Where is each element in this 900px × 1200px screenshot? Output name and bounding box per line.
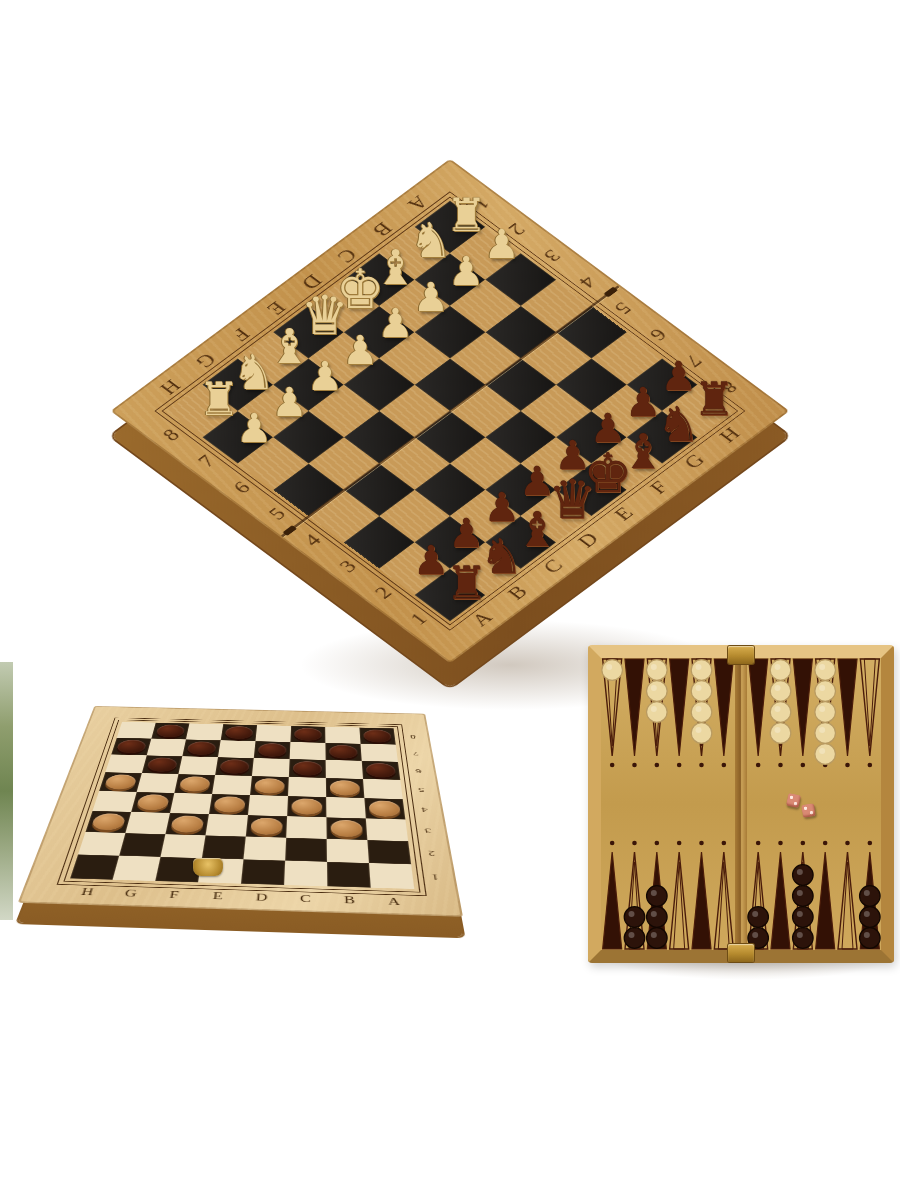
checker-tan[interactable] [179,776,211,792]
backgammon-point [793,659,812,756]
checker-highlight [797,890,803,896]
backgammon-checker-cream[interactable] [770,660,791,681]
checkers-square[interactable] [70,854,119,879]
point-tip-dot [677,841,682,846]
checkers-square[interactable] [325,743,361,761]
checkers-square[interactable] [326,797,366,818]
checker-tan[interactable] [254,778,285,794]
checkers-square[interactable] [287,796,326,817]
checkers-square[interactable] [290,726,325,743]
checkers-square[interactable] [326,817,367,840]
checker-highlight [864,932,870,938]
rank-label: 3 [410,820,447,843]
point-tip-dot [655,841,660,846]
checker-highlight [752,932,758,938]
checkers-square[interactable] [254,741,291,759]
backgammon-checker-cream[interactable] [691,723,712,744]
rank-label: 8 [397,728,429,745]
backgammon-checker-dark[interactable] [793,865,814,886]
checker-dark[interactable] [155,724,185,737]
checker-highlight [797,911,803,917]
checker-tan[interactable] [330,780,360,796]
checker-tan[interactable] [291,798,322,815]
checkers-square[interactable] [364,798,405,819]
checkers-square[interactable] [218,740,256,758]
checkers-square[interactable] [178,756,218,775]
checker-dark[interactable] [329,745,358,759]
checkers-square[interactable] [212,775,252,795]
point-tip-dot [610,841,615,846]
rank-label: 2 [412,841,451,865]
checker-highlight [696,685,702,691]
checkers-square[interactable] [119,833,165,857]
file-label: H [62,881,112,904]
checkers-square[interactable] [252,758,290,777]
point-tip-dot [632,763,637,768]
point-tip-dot [845,763,850,768]
backgammon-checker-dark[interactable] [793,886,814,907]
backgammon-checker-cream[interactable] [602,660,623,681]
backgammon-checker-cream[interactable] [647,702,668,723]
checkers-square[interactable] [246,815,287,838]
backgammon-left-half [601,658,735,950]
backgammon-point [816,852,835,949]
checker-highlight [696,664,702,670]
checkers-square[interactable] [125,812,170,834]
file-label: D [238,886,283,909]
backgammon-point [670,659,689,756]
checker-tan[interactable] [369,800,401,817]
point-tip-dot [677,763,682,768]
backgammon-checker-cream[interactable] [647,660,668,681]
backgammon-checker-dark[interactable] [647,928,668,949]
checker-dark[interactable] [146,757,178,772]
backgammon-checker-dark[interactable] [860,907,881,928]
point-tip-dot [845,841,850,846]
checker-tan[interactable] [250,817,283,835]
chess-board-face: HGFEDCBA ABCDEFGH 87654321 12345678 ♜♞♝♛… [111,159,790,663]
checker-highlight [629,911,635,917]
checkers-square[interactable] [221,724,257,741]
checkers-square[interactable] [285,838,327,862]
point-tip-dot [778,841,783,846]
backgammon-checker-cream[interactable] [770,723,791,744]
checkers-square[interactable] [241,859,285,885]
checkers-square[interactable] [326,760,363,779]
checkers-square[interactable] [326,778,364,798]
point-tip-dot [868,763,873,768]
checker-dark[interactable] [293,761,322,776]
checker-highlight [819,727,825,733]
point-tip-dot [655,763,660,768]
brass-clasp-icon[interactable] [193,858,223,876]
checker-dark[interactable] [225,726,254,739]
checker-highlight [651,911,657,917]
file-label: C [283,888,328,911]
point-tip-dot [756,763,761,768]
checker-highlight [651,664,657,670]
die[interactable] [786,793,801,808]
backgammon-point [625,659,644,756]
checker-highlight [864,911,870,917]
checker-highlight [775,664,781,670]
checkers-square[interactable] [215,757,254,776]
checkers-square[interactable] [99,772,142,792]
die[interactable] [801,803,816,818]
checker-highlight [651,890,657,896]
chess-piece-wP[interactable]: ♟ [229,407,279,449]
checkers-square[interactable] [186,723,223,740]
rank-label: 5 [404,780,439,800]
backgammon-checker-cream[interactable] [691,660,712,681]
checkers-square[interactable] [363,779,403,799]
point-tip-dot [699,841,704,846]
point-tip-dot [699,763,704,768]
checker-dark[interactable] [219,759,249,774]
checker-tan[interactable] [213,796,245,813]
backgammon-checker-cream[interactable] [691,681,712,702]
point-tip-dot [722,841,727,846]
checkers-square[interactable] [290,742,326,760]
checkers-square[interactable] [202,835,246,859]
rank-label: 6 [402,762,436,781]
checkers-square[interactable] [362,761,401,780]
backgammon-checker-dark[interactable] [647,907,668,928]
checkers-board-face: HGFEDCBA 87654321 [18,706,463,917]
checker-highlight [775,685,781,691]
checker-highlight [797,869,803,875]
checkers-square[interactable] [359,728,395,745]
backgammon-point-inner [718,862,729,949]
checker-tan[interactable] [331,820,363,838]
checkers-square[interactable] [327,839,369,863]
checkers-square[interactable] [93,791,137,812]
checker-highlight [819,685,825,691]
checkers-square[interactable] [147,739,186,757]
backgammon-point [603,852,622,949]
brass-hinge-icon [728,944,754,962]
backgammon-checker-cream[interactable] [815,744,836,765]
checkers-square[interactable] [174,774,215,794]
point-tip-dot [801,841,806,846]
file-label: F [150,884,198,907]
point-tip-dot [778,763,783,768]
backgammon-point [714,659,733,756]
checkers-square[interactable] [289,759,326,778]
point-tip-dot [756,841,761,846]
backgammon-checker-dark[interactable] [793,907,814,928]
backgammon-point-inner [674,862,685,949]
checkers-square[interactable] [209,794,250,815]
checker-highlight [819,664,825,670]
checker-highlight [864,890,870,896]
checkers-square[interactable] [243,837,286,861]
checkers-board: HGFEDCBA 87654321 [18,706,463,917]
checkers-grid [70,722,414,889]
checkers-square[interactable] [151,723,189,740]
checker-dark[interactable] [258,743,287,757]
backgammon-point-inner [864,659,875,746]
checkers-square[interactable] [255,725,291,742]
checker-dark[interactable] [116,740,148,754]
backgammon-checker-cream[interactable] [815,660,836,681]
backgammon-point [838,659,857,756]
backgammon-checker-cream[interactable] [770,702,791,723]
checker-highlight [775,727,781,733]
rank-label: 1 [416,864,456,890]
checker-highlight [651,932,657,938]
backgammon-checker-dark[interactable] [624,928,645,949]
file-label: B [327,889,372,913]
checker-highlight [797,932,803,938]
brass-hinge-icon [728,646,754,664]
backgammon-point-inner [842,862,853,949]
checker-highlight [606,664,612,670]
point-tip-dot [722,763,727,768]
chess-square[interactable] [344,411,415,464]
checker-highlight [651,706,657,712]
checker-dark[interactable] [186,741,216,755]
checkers-square[interactable] [170,793,212,814]
point-tip-dot [801,763,806,768]
checkers-square[interactable] [327,862,371,888]
checkers-square[interactable] [105,754,146,773]
checkers-square[interactable] [78,832,125,856]
checkers-square[interactable] [206,814,248,836]
chess-piece-bR[interactable]: ♜ [441,559,491,607]
backgammon-checker-cream[interactable] [647,681,668,702]
file-label: E [194,885,241,908]
backgammon-checker-dark[interactable] [647,886,668,907]
checkers-square[interactable] [284,861,327,887]
backgammon-checker-dark[interactable] [860,928,881,949]
checker-tan[interactable] [170,815,204,833]
checkers-square[interactable] [117,722,156,739]
backgammon-point [692,852,711,949]
checker-highlight [696,727,702,733]
backgammon-checker-dark[interactable] [624,907,645,928]
checkers-square[interactable] [113,856,161,881]
checkers-square[interactable] [111,738,151,756]
checkers-square[interactable] [142,755,182,774]
backgammon-checker-cream[interactable] [815,723,836,744]
checker-highlight [819,706,825,712]
checkers-square[interactable] [165,813,209,835]
checkers-square[interactable] [182,739,220,757]
checkers-square[interactable] [366,818,408,841]
checker-highlight [752,911,758,917]
point-tip-dot [823,841,828,846]
checkers-square[interactable] [288,777,326,797]
checkers-square[interactable] [248,795,288,816]
checker-tan[interactable] [136,794,170,811]
point-tip-dot [610,763,615,768]
checkers-square[interactable] [361,744,398,762]
adjacent-image-sliver [0,662,13,920]
backgammon-checker-dark[interactable] [793,928,814,949]
checkers-square[interactable] [86,811,132,833]
checkers-square[interactable] [325,727,360,744]
backgammon-center-seam [735,658,747,950]
checker-highlight [819,748,825,754]
backgammon-checker-cream[interactable] [770,681,791,702]
checker-dark[interactable] [366,763,396,778]
backgammon-checker-dark[interactable] [748,907,769,928]
checker-highlight [629,932,635,938]
checker-highlight [775,706,781,712]
chess-board: HGFEDCBA ABCDEFGH 87654321 12345678 ♜♞♝♛… [111,159,790,663]
checkers-square[interactable] [137,773,179,793]
checker-dark[interactable] [363,729,392,742]
chess-square[interactable]: ♜ [167,385,238,438]
checkers-square[interactable] [286,816,327,839]
file-label: G [106,882,155,905]
checkers-square[interactable] [250,776,289,796]
checkers-square[interactable] [367,840,411,864]
backgammon-board [588,645,894,963]
checker-highlight [651,685,657,691]
point-tip-dot [868,841,873,846]
rank-label: 4 [407,799,443,820]
checker-tan[interactable] [104,774,138,790]
checker-dark[interactable] [294,728,322,741]
backgammon-checker-cream[interactable] [691,702,712,723]
chess-hinge-icon [282,525,297,536]
checkers-square[interactable] [369,863,414,889]
backgammon-checker-cream[interactable] [815,681,836,702]
backgammon-checker-dark[interactable] [860,886,881,907]
checkers-square[interactable] [160,834,205,858]
checker-highlight [696,706,702,712]
product-photo-scene: HGFEDCBA ABCDEFGH 87654321 12345678 ♜♞♝♛… [0,0,900,1200]
file-label: A [371,890,418,914]
point-tip-dot [632,841,637,846]
rank-label: 7 [399,745,432,763]
checker-tan[interactable] [90,813,126,831]
backgammon-point [749,659,768,756]
backgammon-checker-cream[interactable] [815,702,836,723]
checkers-square[interactable] [131,792,174,813]
backgammon-point [771,852,790,949]
